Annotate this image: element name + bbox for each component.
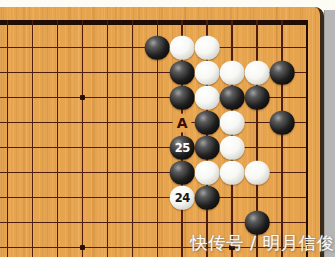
move-number-label: 24 (170, 185, 195, 210)
board-right-edge-line (306, 20, 309, 257)
grid-vline (57, 20, 58, 257)
stone-black (170, 160, 195, 185)
watermark-text: 快传号 / 明月信俊 (190, 231, 335, 255)
grid-hline (0, 147, 308, 148)
stone-black (170, 85, 195, 110)
star-point (80, 245, 85, 250)
grid-vline (132, 20, 133, 257)
grid-vline (82, 20, 83, 257)
article-screenshot-root: 2524A 快传号 / 明月信俊 (0, 0, 335, 257)
grid-vline (7, 20, 8, 257)
grid-vline (107, 20, 108, 257)
grid-vline (281, 20, 282, 257)
stone-white (220, 110, 245, 135)
stone-white (245, 60, 270, 85)
stone-white-24: 24 (170, 185, 195, 210)
stone-black (195, 185, 220, 210)
stone-black (270, 110, 295, 135)
stone-black (245, 85, 270, 110)
board-top-edge-line (0, 20, 308, 24)
stone-white (220, 60, 245, 85)
grid-hline (0, 122, 308, 123)
stone-black (270, 60, 295, 85)
stone-white (195, 60, 220, 85)
stone-black-25: 25 (170, 135, 195, 160)
stone-white (245, 160, 270, 185)
stone-white (170, 35, 195, 60)
stone-white (220, 135, 245, 160)
go-board-grid: 2524A (0, 0, 335, 257)
stone-black (145, 35, 170, 60)
stone-black (220, 85, 245, 110)
move-number-label: 25 (170, 135, 195, 160)
grid-hline (0, 197, 308, 198)
stone-white (220, 160, 245, 185)
stone-black (195, 110, 220, 135)
stone-black (195, 135, 220, 160)
grid-vline (32, 20, 33, 257)
point-label-A: A (173, 113, 192, 132)
stone-white (195, 85, 220, 110)
stone-white (195, 160, 220, 185)
stone-white (195, 35, 220, 60)
star-point (80, 95, 85, 100)
stone-black (170, 60, 195, 85)
